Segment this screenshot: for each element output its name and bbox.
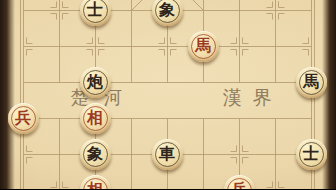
piece-black-cannon-f2r4[interactable]: 炮 [80, 67, 111, 98]
piece-glyph: 象 [87, 146, 103, 162]
piece-red-elephant-f2r5[interactable]: 相 [80, 103, 111, 134]
piece-black-horse-f8r4[interactable]: 馬 [296, 67, 327, 98]
piece-black-elephant-f2r6[interactable]: 象 [80, 139, 111, 170]
piece-glyph: 馬 [195, 38, 211, 54]
piece-glyph: 炮 [87, 74, 103, 90]
piece-red-soldier-f6r7[interactable]: 兵 [224, 175, 255, 190]
piece-glyph: 相 [87, 182, 103, 190]
piece-glyph: 馬 [303, 74, 319, 90]
piece-glyph: 兵 [15, 110, 31, 126]
piece-glyph: 象 [159, 2, 175, 18]
piece-glyph: 士 [87, 2, 103, 18]
piece-red-soldier-f0r5[interactable]: 兵 [8, 103, 39, 134]
piece-red-elephant-f2r7[interactable]: 相 [80, 175, 111, 190]
piece-black-advisor-f2r2[interactable]: 士 [80, 0, 111, 26]
piece-glyph: 相 [87, 110, 103, 126]
piece-glyph: 兵 [231, 182, 247, 190]
piece-black-advisor-f8r6[interactable]: 士 [296, 139, 327, 170]
piece-layer: 士象馬炮馬兵相象車士相兵 [5, 0, 329, 189]
piece-glyph: 車 [159, 146, 175, 162]
piece-black-chariot-f4r6[interactable]: 車 [152, 139, 183, 170]
piece-red-horse-f5r3[interactable]: 馬 [188, 31, 219, 62]
xiangqi-board: 楚 河 漢 界 士象馬炮馬兵相象車士相兵 [0, 0, 336, 189]
piece-glyph: 士 [303, 146, 319, 162]
piece-black-elephant-f4r2[interactable]: 象 [152, 0, 183, 26]
